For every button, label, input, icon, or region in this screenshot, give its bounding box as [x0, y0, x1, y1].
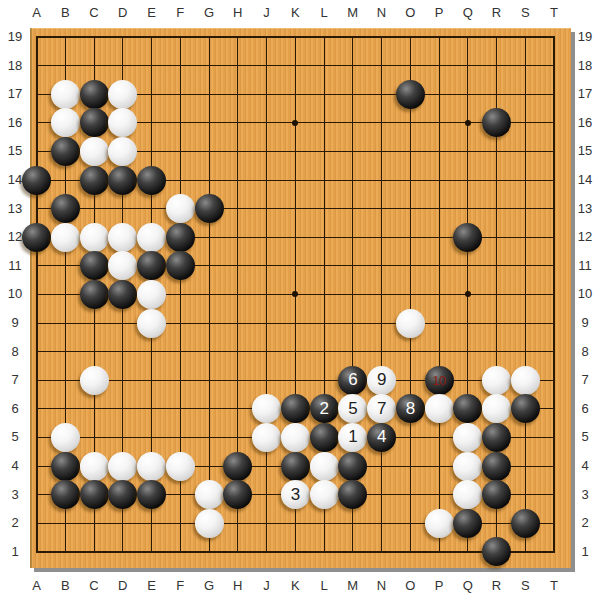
stone-C16	[80, 108, 109, 137]
stone-R16	[482, 108, 511, 137]
move-number-6: 6	[338, 366, 367, 395]
stone-C7	[80, 366, 109, 395]
stone-P7: 10	[425, 366, 454, 395]
stone-C3	[80, 480, 109, 509]
column-label-bottom-B: B	[53, 576, 77, 596]
column-label-top-K: K	[283, 3, 307, 23]
grid-line-horizontal	[36, 351, 556, 352]
stone-R3	[482, 480, 511, 509]
stone-D4	[108, 452, 137, 481]
stone-D3	[108, 480, 137, 509]
stone-F13	[166, 194, 195, 223]
move-number-5: 5	[338, 394, 367, 423]
row-label-left-8: 8	[2, 342, 28, 362]
column-label-top-R: R	[485, 3, 509, 23]
row-label-right-4: 4	[573, 456, 597, 476]
hoshi-point	[465, 291, 471, 297]
column-label-top-S: S	[513, 3, 537, 23]
stone-E10	[137, 280, 166, 309]
stone-B3	[51, 480, 80, 509]
row-label-right-3: 3	[573, 485, 597, 505]
grid-line-vertical	[525, 36, 526, 553]
column-label-top-O: O	[398, 3, 422, 23]
stone-M3	[338, 480, 367, 509]
column-label-bottom-S: S	[513, 576, 537, 596]
row-label-left-13: 13	[2, 199, 28, 219]
column-label-top-Q: Q	[456, 3, 480, 23]
row-label-left-19: 19	[2, 27, 28, 47]
row-label-left-10: 10	[2, 284, 28, 304]
stone-A12	[22, 223, 51, 252]
move-number-3: 3	[281, 480, 310, 509]
stone-N7: 9	[367, 366, 396, 395]
column-label-bottom-K: K	[283, 576, 307, 596]
row-label-right-17: 17	[573, 84, 597, 104]
row-label-right-16: 16	[573, 113, 597, 133]
row-label-left-2: 2	[2, 513, 28, 533]
stone-Q5	[453, 423, 482, 452]
stone-C12	[80, 223, 109, 252]
stone-C17	[80, 80, 109, 109]
row-label-right-1: 1	[573, 542, 597, 562]
go-board[interactable]: 69102578143	[30, 28, 571, 568]
stone-K6	[281, 394, 310, 423]
row-label-right-8: 8	[573, 342, 597, 362]
column-label-top-D: D	[111, 3, 135, 23]
stone-E9	[137, 309, 166, 338]
stone-G3	[195, 480, 224, 509]
column-label-top-E: E	[140, 3, 164, 23]
column-label-bottom-O: O	[398, 576, 422, 596]
stone-Q3	[453, 480, 482, 509]
move-number-9: 9	[367, 366, 396, 395]
row-label-right-15: 15	[573, 141, 597, 161]
column-label-top-M: M	[341, 3, 365, 23]
stone-D12	[108, 223, 137, 252]
grid-line-horizontal	[36, 380, 556, 381]
stone-K3: 3	[281, 480, 310, 509]
stone-R4	[482, 452, 511, 481]
column-label-bottom-M: M	[341, 576, 365, 596]
column-label-top-N: N	[370, 3, 394, 23]
grid-line-vertical	[381, 36, 382, 553]
row-label-left-3: 3	[2, 485, 28, 505]
column-label-bottom-D: D	[111, 576, 135, 596]
stone-A14	[22, 166, 51, 195]
row-label-left-11: 11	[2, 256, 28, 276]
column-label-top-G: G	[197, 3, 221, 23]
stone-F12	[166, 223, 195, 252]
row-label-left-18: 18	[2, 56, 28, 76]
row-label-left-15: 15	[2, 141, 28, 161]
column-label-bottom-F: F	[168, 576, 192, 596]
stone-L3	[310, 480, 339, 509]
row-label-left-7: 7	[2, 370, 28, 390]
stone-Q2	[453, 509, 482, 538]
stone-R6	[482, 394, 511, 423]
column-label-top-P: P	[427, 3, 451, 23]
row-label-right-9: 9	[573, 313, 597, 333]
column-label-bottom-A: A	[25, 576, 49, 596]
stone-R5	[482, 423, 511, 452]
stone-C10	[80, 280, 109, 309]
stone-N5: 4	[367, 423, 396, 452]
stone-B13	[51, 194, 80, 223]
move-number-1: 1	[338, 423, 367, 452]
grid-line-horizontal	[36, 551, 556, 553]
stone-C11	[80, 251, 109, 280]
stone-B5	[51, 423, 80, 452]
column-label-top-H: H	[226, 3, 250, 23]
hoshi-point	[292, 291, 298, 297]
grid-line-horizontal	[36, 323, 556, 324]
column-label-top-L: L	[312, 3, 336, 23]
stone-E4	[137, 452, 166, 481]
row-label-left-6: 6	[2, 399, 28, 419]
column-label-bottom-N: N	[370, 576, 394, 596]
column-label-bottom-E: E	[140, 576, 164, 596]
row-label-right-11: 11	[573, 256, 597, 276]
row-label-right-18: 18	[573, 56, 597, 76]
stone-B15	[51, 137, 80, 166]
column-label-top-T: T	[542, 3, 566, 23]
stone-E11	[137, 251, 166, 280]
stone-J6	[252, 394, 281, 423]
stone-P6	[425, 394, 454, 423]
column-label-bottom-H: H	[226, 576, 250, 596]
column-label-bottom-L: L	[312, 576, 336, 596]
move-number-8: 8	[396, 394, 425, 423]
move-number-7: 7	[367, 394, 396, 423]
stone-C15	[80, 137, 109, 166]
row-label-left-5: 5	[2, 427, 28, 447]
stone-M6: 5	[338, 394, 367, 423]
stone-L4	[310, 452, 339, 481]
move-number-10: 10	[425, 366, 454, 395]
stone-D16	[108, 108, 137, 137]
stone-O17	[396, 80, 425, 109]
stone-L5	[310, 423, 339, 452]
row-label-right-7: 7	[573, 370, 597, 390]
stone-O9	[396, 309, 425, 338]
column-label-bottom-T: T	[542, 576, 566, 596]
row-label-right-13: 13	[573, 199, 597, 219]
stone-M7: 6	[338, 366, 367, 395]
stone-D15	[108, 137, 137, 166]
row-label-right-2: 2	[573, 513, 597, 533]
row-label-right-6: 6	[573, 399, 597, 419]
stone-R7	[482, 366, 511, 395]
stone-G2	[195, 509, 224, 538]
row-label-right-14: 14	[573, 170, 597, 190]
row-label-left-1: 1	[2, 542, 28, 562]
stone-C14	[80, 166, 109, 195]
column-label-bottom-P: P	[427, 576, 451, 596]
hoshi-point	[292, 120, 298, 126]
column-label-top-B: B	[53, 3, 77, 23]
stone-E3	[137, 480, 166, 509]
stone-Q12	[453, 223, 482, 252]
stone-J5	[252, 423, 281, 452]
column-label-bottom-G: G	[197, 576, 221, 596]
stone-L6: 2	[310, 394, 339, 423]
column-label-bottom-Q: Q	[456, 576, 480, 596]
stone-D10	[108, 280, 137, 309]
stone-D14	[108, 166, 137, 195]
go-diagram-page: ABCDEFGHJKLMNOPQRST ABCDEFGHJKLMNOPQRST …	[0, 0, 598, 597]
column-label-top-F: F	[168, 3, 192, 23]
stone-B12	[51, 223, 80, 252]
row-label-left-16: 16	[2, 113, 28, 133]
stone-F11	[166, 251, 195, 280]
stone-H4	[223, 452, 252, 481]
stone-M4	[338, 452, 367, 481]
column-label-bottom-J: J	[255, 576, 279, 596]
stone-B17	[51, 80, 80, 109]
column-label-top-A: A	[25, 3, 49, 23]
column-label-bottom-C: C	[82, 576, 106, 596]
grid-line-vertical	[410, 36, 411, 553]
stone-D11	[108, 251, 137, 280]
stone-R1	[482, 537, 511, 566]
column-label-bottom-R: R	[485, 576, 509, 596]
row-label-right-5: 5	[573, 427, 597, 447]
row-label-right-12: 12	[573, 227, 597, 247]
column-label-top-J: J	[255, 3, 279, 23]
row-label-right-10: 10	[573, 284, 597, 304]
stone-G13	[195, 194, 224, 223]
row-label-left-9: 9	[2, 313, 28, 333]
stone-C4	[80, 452, 109, 481]
stone-B16	[51, 108, 80, 137]
row-label-left-4: 4	[2, 456, 28, 476]
stone-S2	[511, 509, 540, 538]
stone-P2	[425, 509, 454, 538]
stone-S7	[511, 366, 540, 395]
row-label-right-19: 19	[573, 27, 597, 47]
stone-B4	[51, 452, 80, 481]
stone-N6: 7	[367, 394, 396, 423]
stone-O6: 8	[396, 394, 425, 423]
grid-line-vertical	[439, 36, 440, 553]
hoshi-point	[465, 120, 471, 126]
stone-E12	[137, 223, 166, 252]
stone-D17	[108, 80, 137, 109]
stone-K4	[281, 452, 310, 481]
stone-E14	[137, 166, 166, 195]
move-number-4: 4	[367, 423, 396, 452]
row-label-left-17: 17	[2, 84, 28, 104]
grid-line-vertical	[553, 36, 555, 553]
stone-M5: 1	[338, 423, 367, 452]
stone-K5	[281, 423, 310, 452]
stone-Q4	[453, 452, 482, 481]
move-number-2: 2	[310, 394, 339, 423]
column-label-top-C: C	[82, 3, 106, 23]
stone-F4	[166, 452, 195, 481]
stone-H3	[223, 480, 252, 509]
stone-Q6	[453, 394, 482, 423]
stone-S6	[511, 394, 540, 423]
